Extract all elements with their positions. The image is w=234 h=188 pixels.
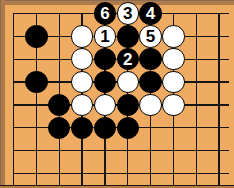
black-stone: [25, 71, 48, 94]
white-stone: [71, 94, 94, 117]
grid-vertical-line: [218, 13, 219, 186]
white-stone-move-3: 3: [117, 2, 140, 25]
white-stone: [162, 25, 185, 48]
black-stone-move-4: 4: [139, 2, 162, 25]
board-frame-top-edge: [0, 0, 234, 5]
white-stone-move-5: 5: [139, 25, 162, 48]
white-stone: [162, 94, 185, 117]
black-stone-move-2: 2: [117, 48, 140, 71]
white-stone: [71, 71, 94, 94]
board-frame-left-edge: [0, 0, 5, 188]
move-number-label: 6: [100, 5, 109, 22]
black-stone: [117, 94, 140, 117]
black-stone: [71, 117, 94, 140]
black-stone-move-6: 6: [94, 2, 117, 25]
black-stone: [117, 25, 140, 48]
black-stone: [48, 117, 71, 140]
white-stone-move-1: 1: [94, 25, 117, 48]
white-stone: [71, 25, 94, 48]
white-stone: [71, 48, 94, 71]
white-stone: [162, 48, 185, 71]
grid-horizontal-line: [13, 150, 229, 151]
black-stone: [94, 48, 117, 71]
grid-horizontal-line: [13, 173, 229, 174]
black-stone: [117, 117, 140, 140]
white-stone: [162, 71, 185, 94]
white-stone: [94, 94, 117, 117]
white-stone: [117, 71, 140, 94]
black-stone: [94, 71, 117, 94]
move-number-label: 2: [123, 50, 132, 67]
grid-vertical-line: [196, 13, 197, 186]
go-board: 634152: [0, 0, 234, 188]
move-number-label: 1: [100, 27, 109, 44]
black-stone: [25, 25, 48, 48]
move-number-label: 3: [123, 5, 132, 22]
move-number-label: 4: [146, 5, 155, 22]
black-stone: [139, 48, 162, 71]
grid-vertical-line: [13, 13, 14, 186]
black-stone: [139, 71, 162, 94]
black-stone: [48, 94, 71, 117]
move-number-label: 5: [146, 27, 155, 44]
black-stone: [94, 117, 117, 140]
white-stone: [139, 94, 162, 117]
